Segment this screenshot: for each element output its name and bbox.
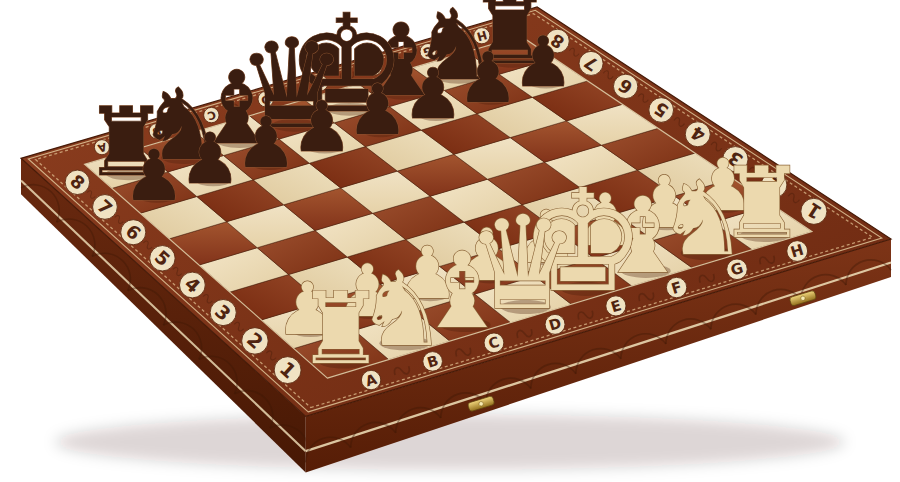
piece-black-pawn-h7[interactable]: ♟ (512, 21, 574, 102)
piece-black-pawn-b7[interactable]: ♟ (179, 118, 242, 200)
piece-black-pawn-g7[interactable]: ♟ (457, 37, 519, 118)
chessboard: ABCDEFGH1234567812345678ABCDEFGH♜♞♟♝♟♚♟♛… (0, 0, 900, 482)
chess-set-product-photo: ABCDEFGH1234567812345678ABCDEFGH♜♞♟♝♟♚♟♛… (0, 0, 900, 482)
piece-black-pawn-f7[interactable]: ♟ (402, 53, 464, 134)
piece-black-pawn-d7[interactable]: ♟ (291, 86, 354, 167)
piece-black-pawn-c7[interactable]: ♟ (235, 102, 298, 184)
piece-black-pawn-e7[interactable]: ♟ (346, 69, 409, 150)
piece-white-rook-a1[interactable]: ♜ (297, 271, 386, 386)
piece-black-pawn-a7[interactable]: ♟ (123, 135, 186, 217)
